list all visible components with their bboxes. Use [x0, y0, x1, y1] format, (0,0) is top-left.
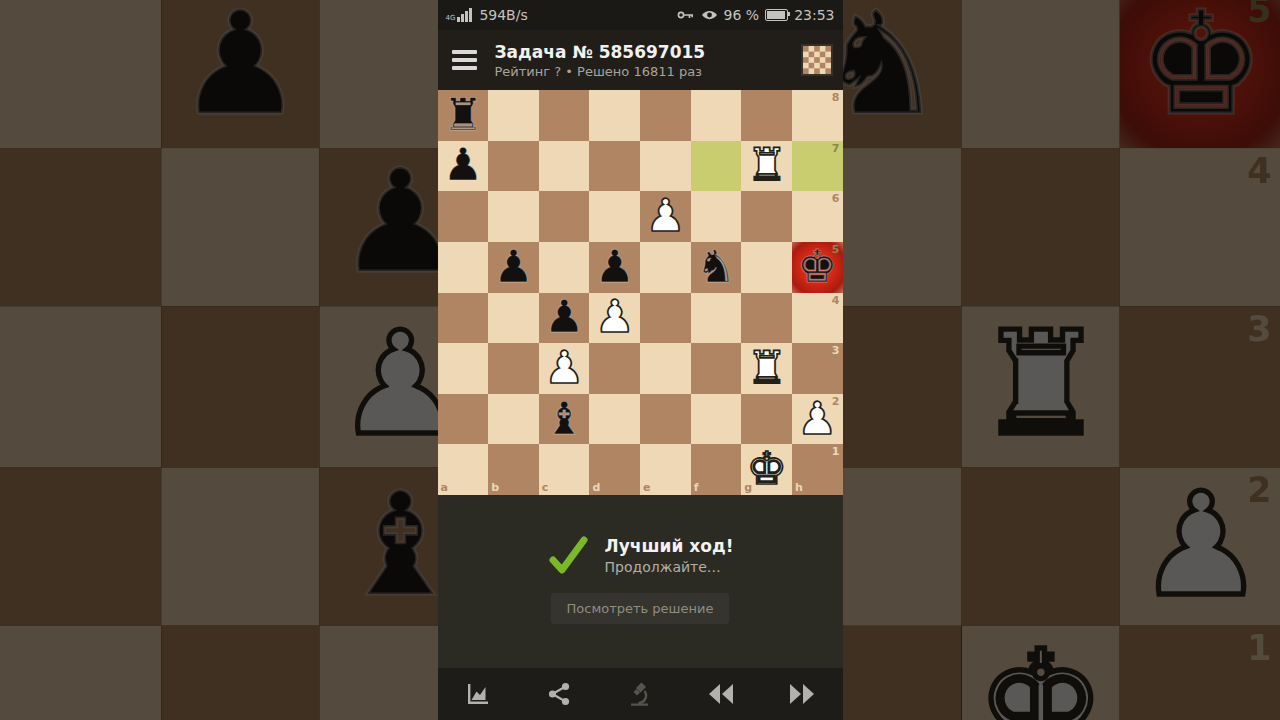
square-g5[interactable]: [741, 242, 792, 293]
square-e8[interactable]: [640, 90, 691, 141]
file-label-c: c: [542, 482, 549, 493]
white-rook-g7: ♜: [746, 142, 786, 187]
file-label-h: h: [795, 482, 803, 493]
black-pawn-c4: ♟: [544, 294, 584, 339]
square-h4[interactable]: 4: [792, 293, 843, 344]
app-header: Задача № 585697015 Рейтинг ? • Решено 16…: [438, 30, 843, 90]
square-a1[interactable]: a: [438, 444, 489, 495]
square-d8[interactable]: [589, 90, 640, 141]
square-g4[interactable]: [741, 293, 792, 344]
rank-label-4: 4: [832, 295, 840, 306]
square-b7[interactable]: [488, 141, 539, 192]
white-pawn-d4: ♟: [595, 294, 635, 339]
rewind-icon[interactable]: [681, 668, 762, 720]
square-h1[interactable]: 1h: [792, 444, 843, 495]
result-title: Лучший ход!: [605, 536, 734, 556]
file-label-a: a: [441, 482, 448, 493]
square-b2[interactable]: [488, 394, 539, 445]
square-f6[interactable]: [691, 191, 742, 242]
square-f4[interactable]: [691, 293, 742, 344]
square-h7[interactable]: 7: [792, 141, 843, 192]
square-b5[interactable]: ♟: [488, 242, 539, 293]
black-rook-a8: ♜: [443, 92, 483, 137]
square-a3[interactable]: [438, 343, 489, 394]
square-h6[interactable]: 6: [792, 191, 843, 242]
square-a2[interactable]: [438, 394, 489, 445]
square-d5[interactable]: ♟: [589, 242, 640, 293]
white-rook-g3: ♜: [746, 345, 786, 390]
white-pawn-c3: ♟: [544, 345, 584, 390]
battery-percent: 96 %: [724, 7, 760, 23]
square-d4[interactable]: ♟: [589, 293, 640, 344]
square-e1[interactable]: e: [640, 444, 691, 495]
square-c1[interactable]: c: [539, 444, 590, 495]
square-a7[interactable]: ♟: [438, 141, 489, 192]
square-e6[interactable]: ♟: [640, 191, 691, 242]
square-b8[interactable]: [488, 90, 539, 141]
black-bishop-c2: ♝: [544, 396, 584, 441]
black-pawn-a7: ♟: [443, 142, 483, 187]
square-e3[interactable]: [640, 343, 691, 394]
square-h3[interactable]: 3: [792, 343, 843, 394]
square-d3[interactable]: [589, 343, 640, 394]
square-g8[interactable]: [741, 90, 792, 141]
menu-icon[interactable]: [448, 46, 481, 74]
black-king-h5: ♚: [797, 244, 837, 289]
battery-icon: [765, 9, 788, 21]
black-pawn-b5: ♟: [493, 244, 533, 289]
square-f1[interactable]: f: [691, 444, 742, 495]
key-icon: [677, 9, 695, 21]
square-d7[interactable]: [589, 141, 640, 192]
white-pawn-h2: ♟: [797, 396, 837, 441]
square-e2[interactable]: [640, 394, 691, 445]
square-g6[interactable]: [741, 191, 792, 242]
black-pawn-d5: ♟: [595, 244, 635, 289]
result-subtitle: Продолжайте…: [605, 559, 734, 575]
square-c2[interactable]: ♝: [539, 394, 590, 445]
network-speed: 594В/s: [479, 7, 527, 23]
square-c3[interactable]: ♟: [539, 343, 590, 394]
rank-label-6: 6: [832, 193, 840, 204]
white-pawn-e6: ♟: [645, 193, 685, 238]
square-c6[interactable]: [539, 191, 590, 242]
result-panel: Лучший ход! Продолжайте… Посмотреть реше…: [438, 495, 843, 668]
signal-type-label: 4G: [446, 15, 456, 22]
square-g7[interactable]: ♜: [741, 141, 792, 192]
white-king-g1: ♚: [746, 446, 786, 491]
eye-icon: [701, 9, 718, 21]
square-e4[interactable]: [640, 293, 691, 344]
status-bar: 4G 594В/s 96 % 2: [438, 0, 843, 30]
square-h8[interactable]: 8: [792, 90, 843, 141]
square-f8[interactable]: [691, 90, 742, 141]
file-label-d: d: [592, 482, 600, 493]
square-d1[interactable]: d: [589, 444, 640, 495]
bottom-toolbar: [438, 668, 843, 720]
square-c5[interactable]: [539, 242, 590, 293]
square-f7[interactable]: [691, 141, 742, 192]
square-h5[interactable]: 5♚: [792, 242, 843, 293]
checkmark-icon: [547, 535, 589, 575]
square-f2[interactable]: [691, 394, 742, 445]
square-a5[interactable]: [438, 242, 489, 293]
file-label-b: b: [491, 482, 499, 493]
rank-label-3: 3: [832, 345, 840, 356]
square-g2[interactable]: [741, 394, 792, 445]
square-d6[interactable]: [589, 191, 640, 242]
board-thumbnail-icon[interactable]: [801, 44, 833, 76]
rank-label-8: 8: [832, 92, 840, 103]
square-b6[interactable]: [488, 191, 539, 242]
square-e5[interactable]: [640, 242, 691, 293]
view-solution-button[interactable]: Посмотреть решение: [551, 593, 730, 624]
square-c4[interactable]: ♟: [539, 293, 590, 344]
microscope-icon[interactable]: [600, 668, 681, 720]
square-a6[interactable]: [438, 191, 489, 242]
signal-icon: 4G: [446, 8, 474, 22]
file-label-e: e: [643, 482, 650, 493]
square-c7[interactable]: [539, 141, 590, 192]
square-a8[interactable]: ♜: [438, 90, 489, 141]
square-g1[interactable]: g♚: [741, 444, 792, 495]
black-knight-f5: ♞: [696, 244, 736, 289]
puzzle-subtitle: Рейтинг ? • Решено 16811 раз: [495, 64, 706, 79]
clock-time: 23:53: [794, 7, 834, 23]
square-h2[interactable]: 2♟: [792, 394, 843, 445]
file-label-f: f: [694, 482, 699, 493]
square-d2[interactable]: [589, 394, 640, 445]
square-g3[interactable]: ♜: [741, 343, 792, 394]
rank-label-1: 1: [832, 446, 840, 457]
rank-label-7: 7: [832, 143, 840, 154]
square-f5[interactable]: ♞: [691, 242, 742, 293]
fast-forward-icon[interactable]: [762, 668, 843, 720]
chess-board[interactable]: ♜8♟♜7♟6♟♟♞5♚♟♟4♟♜3♝2♟abcdefg♚1h: [438, 90, 843, 495]
share-icon[interactable]: [519, 668, 600, 720]
square-c8[interactable]: [539, 90, 590, 141]
square-b3[interactable]: [488, 343, 539, 394]
puzzle-title: Задача № 585697015: [495, 42, 706, 62]
square-b4[interactable]: [488, 293, 539, 344]
phone-screen: 4G 594В/s 96 % 2: [438, 0, 843, 720]
square-e7[interactable]: [640, 141, 691, 192]
analysis-chart-icon[interactable]: [438, 668, 519, 720]
square-b1[interactable]: b: [488, 444, 539, 495]
square-f3[interactable]: [691, 343, 742, 394]
square-a4[interactable]: [438, 293, 489, 344]
